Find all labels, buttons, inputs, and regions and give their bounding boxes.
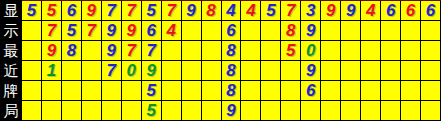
cell-r5-c8 bbox=[162, 81, 182, 101]
cell-r1-c10: 8 bbox=[202, 1, 222, 21]
cell-r5-c7: 5 bbox=[142, 81, 162, 101]
cell-r2-c20 bbox=[401, 21, 421, 41]
cell-r1-c14: 7 bbox=[281, 1, 301, 21]
cell-r4-c13 bbox=[261, 61, 281, 81]
cell-r3-c7: 7 bbox=[142, 41, 162, 61]
cell-r5-c11: 8 bbox=[222, 81, 242, 101]
cell-r6-c14 bbox=[281, 101, 301, 121]
cell-r1-c1: 5 bbox=[22, 1, 42, 21]
cell-r2-c6: 9 bbox=[122, 21, 142, 41]
cell-r4-c21 bbox=[421, 61, 441, 81]
cell-r5-c16 bbox=[321, 81, 341, 101]
cell-r5-c6 bbox=[122, 81, 142, 101]
cell-r1-c19: 6 bbox=[381, 1, 401, 21]
cell-r1-c3: 6 bbox=[62, 1, 82, 21]
cell-r6-c19 bbox=[381, 101, 401, 121]
cell-r1-c20: 6 bbox=[401, 1, 421, 21]
cell-r3-c2: 9 bbox=[42, 41, 62, 61]
cell-r4-c19 bbox=[381, 61, 401, 81]
cell-r6-c13 bbox=[261, 101, 281, 121]
cell-r2-c18 bbox=[361, 21, 381, 41]
cell-r6-c1 bbox=[22, 101, 42, 121]
cell-r1-c9: 9 bbox=[182, 1, 202, 21]
cell-r1-c2: 5 bbox=[42, 1, 62, 21]
cell-r1-c7: 5 bbox=[142, 1, 162, 21]
cell-r5-c2 bbox=[42, 81, 62, 101]
cell-r4-c3 bbox=[62, 61, 82, 81]
cell-r3-c15: 0 bbox=[301, 41, 321, 61]
cell-r6-c17 bbox=[341, 101, 361, 121]
cell-r2-c11: 6 bbox=[222, 21, 242, 41]
cell-r2-c16 bbox=[321, 21, 341, 41]
cell-r3-c19 bbox=[381, 41, 401, 61]
cell-r5-c3 bbox=[62, 81, 82, 101]
cell-r3-c6: 7 bbox=[122, 41, 142, 61]
cell-r6-c16 bbox=[321, 101, 341, 121]
cell-r3-c13 bbox=[261, 41, 281, 61]
cell-r6-c6 bbox=[122, 101, 142, 121]
cell-r3-c14: 5 bbox=[281, 41, 301, 61]
cell-r3-c20 bbox=[401, 41, 421, 61]
cell-r1-c16: 9 bbox=[321, 1, 341, 21]
cell-r5-c14 bbox=[281, 81, 301, 101]
cell-r4-c20 bbox=[401, 61, 421, 81]
cell-r2-c2: 7 bbox=[42, 21, 62, 41]
cell-r2-c14: 8 bbox=[281, 21, 301, 41]
cell-r3-c1 bbox=[22, 41, 42, 61]
cell-r5-c20 bbox=[401, 81, 421, 101]
cell-r2-c7: 6 bbox=[142, 21, 162, 41]
cell-r3-c9 bbox=[182, 41, 202, 61]
cell-r1-c4: 9 bbox=[82, 1, 102, 21]
cell-r1-c11: 4 bbox=[222, 1, 242, 21]
cell-r6-c21 bbox=[421, 101, 441, 121]
cell-r5-c15: 6 bbox=[301, 81, 321, 101]
cell-r4-c18 bbox=[361, 61, 381, 81]
cell-r4-c12 bbox=[241, 61, 261, 81]
cell-r2-c10 bbox=[202, 21, 222, 41]
cell-r5-c19 bbox=[381, 81, 401, 101]
cell-r3-c18 bbox=[361, 41, 381, 61]
title-char-5: 牌 bbox=[0, 81, 22, 101]
cell-r4-c5: 7 bbox=[102, 61, 122, 81]
cell-r5-c13 bbox=[261, 81, 281, 101]
cell-r3-c3: 8 bbox=[62, 41, 82, 61]
cell-r5-c9 bbox=[182, 81, 202, 101]
cell-r4-c14 bbox=[281, 61, 301, 81]
cell-r2-c12 bbox=[241, 21, 261, 41]
cell-r3-c5: 9 bbox=[102, 41, 122, 61]
cell-r1-c8: 7 bbox=[162, 1, 182, 21]
cell-r5-c10 bbox=[202, 81, 222, 101]
cell-r2-c17 bbox=[341, 21, 361, 41]
cell-r4-c17 bbox=[341, 61, 361, 81]
cell-r5-c18 bbox=[361, 81, 381, 101]
cell-r3-c17 bbox=[341, 41, 361, 61]
cell-r1-c18: 4 bbox=[361, 1, 381, 21]
cell-r3-c4 bbox=[82, 41, 102, 61]
cell-r1-c13: 5 bbox=[261, 1, 281, 21]
title-char-4: 近 bbox=[0, 61, 22, 81]
cell-r2-c9 bbox=[182, 21, 202, 41]
cell-r6-c8 bbox=[162, 101, 182, 121]
cell-r5-c4 bbox=[82, 81, 102, 101]
cell-r2-c4: 7 bbox=[82, 21, 102, 41]
cell-r4-c10 bbox=[202, 61, 222, 81]
cell-r2-c8: 4 bbox=[162, 21, 182, 41]
cell-r3-c16 bbox=[321, 41, 341, 61]
cell-r4-c1 bbox=[22, 61, 42, 81]
cell-r6-c20 bbox=[401, 101, 421, 121]
cell-r2-c1 bbox=[22, 21, 42, 41]
cell-r4-c6: 0 bbox=[122, 61, 142, 81]
cell-r6-c11: 9 bbox=[222, 101, 242, 121]
cell-r6-c15 bbox=[301, 101, 321, 121]
cell-r1-c15: 3 bbox=[301, 1, 321, 21]
cell-r1-c6: 7 bbox=[122, 1, 142, 21]
cell-r4-c9 bbox=[182, 61, 202, 81]
cell-r4-c16 bbox=[321, 61, 341, 81]
title-char-6: 局 bbox=[0, 101, 22, 121]
cell-r3-c21 bbox=[421, 41, 441, 61]
cell-r2-c15: 9 bbox=[301, 21, 321, 41]
cell-r6-c7: 5 bbox=[142, 101, 162, 121]
cell-r4-c4 bbox=[82, 61, 102, 81]
cell-r6-c4 bbox=[82, 101, 102, 121]
cell-r2-c21 bbox=[421, 21, 441, 41]
cell-r4-c2: 1 bbox=[42, 61, 62, 81]
cell-r5-c21 bbox=[421, 81, 441, 101]
cell-r6-c18 bbox=[361, 101, 381, 121]
cell-r3-c12 bbox=[241, 41, 261, 61]
recent-rounds-board: 显 示 最 近 牌 局 5569775798445739946667579964… bbox=[0, 0, 441, 121]
title-char-1: 显 bbox=[0, 0, 22, 20]
cell-r1-c17: 9 bbox=[341, 1, 361, 21]
cell-r6-c3 bbox=[62, 101, 82, 121]
cell-r2-c13 bbox=[261, 21, 281, 41]
cell-r3-c8 bbox=[162, 41, 182, 61]
cell-r3-c11: 8 bbox=[222, 41, 242, 61]
cell-r4-c11: 8 bbox=[222, 61, 242, 81]
cell-r5-c12 bbox=[241, 81, 261, 101]
cell-r3-c10 bbox=[202, 41, 222, 61]
title-char-3: 最 bbox=[0, 40, 22, 60]
cell-r6-c5 bbox=[102, 101, 122, 121]
cell-r2-c3: 5 bbox=[62, 21, 82, 41]
cell-r6-c12 bbox=[241, 101, 261, 121]
board-grid: 5569775798445739946667579964689989778501… bbox=[22, 0, 441, 121]
cell-r6-c9 bbox=[182, 101, 202, 121]
cell-r1-c12: 4 bbox=[241, 1, 261, 21]
cell-r4-c7: 9 bbox=[142, 61, 162, 81]
cell-r2-c19 bbox=[381, 21, 401, 41]
cell-r5-c17 bbox=[341, 81, 361, 101]
cell-r2-c5: 9 bbox=[102, 21, 122, 41]
cell-r6-c10 bbox=[202, 101, 222, 121]
cell-r1-c5: 7 bbox=[102, 1, 122, 21]
cell-r6-c2 bbox=[42, 101, 62, 121]
cell-r1-c21: 6 bbox=[421, 1, 441, 21]
title-char-2: 示 bbox=[0, 20, 22, 40]
board-title-vertical: 显 示 最 近 牌 局 bbox=[0, 0, 22, 121]
cell-r4-c15: 9 bbox=[301, 61, 321, 81]
cell-r5-c1 bbox=[22, 81, 42, 101]
cell-r5-c5 bbox=[102, 81, 122, 101]
cell-r4-c8 bbox=[162, 61, 182, 81]
